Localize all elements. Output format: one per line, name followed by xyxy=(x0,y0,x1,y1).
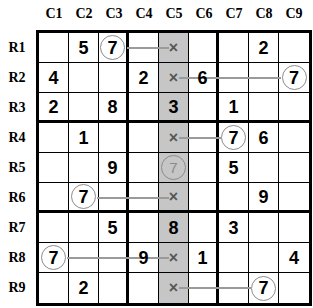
cell-r2c7[interactable] xyxy=(219,63,249,93)
cell-r5c6[interactable] xyxy=(189,153,219,183)
given-digit: 3 xyxy=(168,98,178,116)
circle-highlight: 7 xyxy=(41,245,66,270)
col-header-C5: C5 xyxy=(159,6,189,24)
cell-r9c3[interactable] xyxy=(99,273,129,303)
row-header-R2: R2 xyxy=(0,63,34,93)
cell-r1c8[interactable]: 2 xyxy=(249,33,279,63)
given-digit: 7 xyxy=(78,188,88,206)
cell-r4c4[interactable] xyxy=(129,123,159,153)
cell-r8c7[interactable] xyxy=(219,243,249,273)
given-digit: 5 xyxy=(78,39,88,57)
sudoku-board: 57×242×6728311×769757×958379×142×7 xyxy=(36,30,312,306)
col-header-C1: C1 xyxy=(39,6,69,24)
cell-r6c7[interactable] xyxy=(219,183,249,213)
cell-r5c7[interactable]: 5 xyxy=(219,153,249,183)
cell-r8c2[interactable] xyxy=(69,243,99,273)
cell-r1c6[interactable] xyxy=(189,33,219,63)
cell-r8c3[interactable] xyxy=(99,243,129,273)
circle-highlight: 7 xyxy=(251,276,276,301)
given-digit: 9 xyxy=(138,249,148,267)
cell-r4c3[interactable] xyxy=(99,123,129,153)
cell-r5c5[interactable]: 7 xyxy=(159,153,189,183)
sudoku-grid: 57×242×6728311×769757×958379×142×7 xyxy=(39,33,309,303)
cell-r5c2[interactable] xyxy=(69,153,99,183)
cell-r9c7[interactable] xyxy=(219,273,249,303)
col-header-C4: C4 xyxy=(129,6,159,24)
cell-r3c3[interactable]: 8 xyxy=(99,93,129,123)
circle-highlight: 7 xyxy=(100,35,125,60)
cell-r8c6[interactable]: 1 xyxy=(189,243,219,273)
given-digit: 1 xyxy=(197,249,207,267)
cell-r5c1[interactable] xyxy=(39,153,69,183)
cell-r7c9[interactable] xyxy=(279,213,309,243)
given-digit: 7 xyxy=(228,129,238,147)
cell-r3c7[interactable]: 1 xyxy=(219,93,249,123)
cell-r2c6[interactable]: 6 xyxy=(189,63,219,93)
cell-r4c5[interactable]: × xyxy=(159,123,189,153)
col-header-C3: C3 xyxy=(99,6,129,24)
given-digit: 7 xyxy=(289,69,299,87)
cell-r5c8[interactable] xyxy=(249,153,279,183)
row-header-R4: R4 xyxy=(0,123,34,153)
cell-r7c1[interactable] xyxy=(39,213,69,243)
cell-r9c4[interactable] xyxy=(129,273,159,303)
cell-r6c6[interactable] xyxy=(189,183,219,213)
row-header-R5: R5 xyxy=(0,153,34,183)
cell-r4c9[interactable] xyxy=(279,123,309,153)
cell-r6c2[interactable]: 7 xyxy=(69,183,99,213)
elimination-cross-icon: × xyxy=(169,250,178,266)
cell-r3c9[interactable] xyxy=(279,93,309,123)
col-header-C2: C2 xyxy=(69,6,99,24)
sudoku-diagram: C1C2C3C4C5C6C7C8C9 R1R2R3R4R5R6R7R8R9 57… xyxy=(0,0,313,308)
cell-r2c9[interactable]: 7 xyxy=(279,63,309,93)
cell-r9c6[interactable] xyxy=(189,273,219,303)
col-header-C7: C7 xyxy=(219,6,249,24)
cell-r7c6[interactable] xyxy=(189,213,219,243)
given-digit: 6 xyxy=(197,69,207,87)
col-header-C9: C9 xyxy=(279,6,309,24)
solution-digit: 7 xyxy=(169,160,177,175)
cell-r1c2[interactable]: 5 xyxy=(69,33,99,63)
elimination-cross-icon: × xyxy=(169,189,178,205)
cell-r9c8[interactable]: 7 xyxy=(249,273,279,303)
cell-r5c9[interactable] xyxy=(279,153,309,183)
circle-highlight: 7 xyxy=(71,184,96,209)
elimination-cross-icon: × xyxy=(169,40,178,56)
cell-r2c1[interactable]: 4 xyxy=(39,63,69,93)
cell-r9c1[interactable] xyxy=(39,273,69,303)
circle-highlight: 7 xyxy=(282,65,307,90)
cell-r3c4[interactable] xyxy=(129,93,159,123)
elimination-cross-icon: × xyxy=(169,130,178,146)
cell-r2c5[interactable]: × xyxy=(159,63,189,93)
cell-r8c8[interactable] xyxy=(249,243,279,273)
cell-r9c2[interactable]: 2 xyxy=(69,273,99,303)
given-digit: 5 xyxy=(107,219,117,237)
column-headers: C1C2C3C4C5C6C7C8C9 xyxy=(39,6,309,24)
row-header-R8: R8 xyxy=(0,243,34,273)
cell-r2c3[interactable] xyxy=(99,63,129,93)
cell-r1c1[interactable] xyxy=(39,33,69,63)
given-digit: 5 xyxy=(228,159,238,177)
circle-highlight: 7 xyxy=(161,155,186,180)
cell-r8c9[interactable]: 4 xyxy=(279,243,309,273)
cell-r4c8[interactable]: 6 xyxy=(249,123,279,153)
col-header-C8: C8 xyxy=(249,6,279,24)
given-digit: 4 xyxy=(48,69,58,87)
row-headers: R1R2R3R4R5R6R7R8R9 xyxy=(0,33,34,303)
cell-r5c3[interactable]: 9 xyxy=(99,153,129,183)
cell-r3c1[interactable]: 2 xyxy=(39,93,69,123)
cell-r3c6[interactable] xyxy=(189,93,219,123)
cell-r6c1[interactable] xyxy=(39,183,69,213)
cell-r4c6[interactable] xyxy=(189,123,219,153)
cell-r1c9[interactable] xyxy=(279,33,309,63)
given-digit: 7 xyxy=(48,249,58,267)
col-header-C6: C6 xyxy=(189,6,219,24)
cell-r2c8[interactable] xyxy=(249,63,279,93)
given-digit: 2 xyxy=(138,69,148,87)
cell-r4c7[interactable]: 7 xyxy=(219,123,249,153)
given-digit: 8 xyxy=(107,98,117,116)
elimination-cross-icon: × xyxy=(169,280,178,296)
row-header-R3: R3 xyxy=(0,93,34,123)
given-digit: 1 xyxy=(228,98,238,116)
cell-r6c5[interactable]: × xyxy=(159,183,189,213)
cell-r7c7[interactable]: 3 xyxy=(219,213,249,243)
cell-r7c3[interactable]: 5 xyxy=(99,213,129,243)
row-header-R6: R6 xyxy=(0,183,34,213)
cell-r1c7[interactable] xyxy=(219,33,249,63)
row-header-R7: R7 xyxy=(0,213,34,243)
row-header-R9: R9 xyxy=(0,273,34,303)
cell-r6c3[interactable] xyxy=(99,183,129,213)
cell-r3c8[interactable] xyxy=(249,93,279,123)
cell-r3c5[interactable]: 3 xyxy=(159,93,189,123)
cell-r7c4[interactable] xyxy=(129,213,159,243)
given-digit: 2 xyxy=(48,98,58,116)
cell-r6c8[interactable]: 9 xyxy=(249,183,279,213)
given-digit: 4 xyxy=(289,249,299,267)
cell-r2c4[interactable]: 2 xyxy=(129,63,159,93)
given-digit: 9 xyxy=(107,159,117,177)
cell-r8c4[interactable]: 9 xyxy=(129,243,159,273)
given-digit: 2 xyxy=(78,279,88,297)
given-digit: 2 xyxy=(258,39,268,57)
given-digit: 3 xyxy=(228,219,238,237)
cell-r9c9[interactable] xyxy=(279,273,309,303)
cell-r7c8[interactable] xyxy=(249,213,279,243)
cell-r2c2[interactable] xyxy=(69,63,99,93)
cell-r9c5[interactable]: × xyxy=(159,273,189,303)
cell-r3c2[interactable] xyxy=(69,93,99,123)
given-digit: 9 xyxy=(258,188,268,206)
cell-r4c2[interactable]: 1 xyxy=(69,123,99,153)
cell-r6c9[interactable] xyxy=(279,183,309,213)
given-digit: 6 xyxy=(258,129,268,147)
given-digit: 1 xyxy=(78,129,88,147)
cell-r1c3[interactable]: 7 xyxy=(99,33,129,63)
cell-r4c1[interactable] xyxy=(39,123,69,153)
cell-r5c4[interactable] xyxy=(129,153,159,183)
cell-r7c5[interactable]: 8 xyxy=(159,213,189,243)
elimination-cross-icon: × xyxy=(169,70,178,86)
cell-r1c5[interactable]: × xyxy=(159,33,189,63)
given-digit: 8 xyxy=(168,219,178,237)
cell-r8c1[interactable]: 7 xyxy=(39,243,69,273)
cell-r7c2[interactable] xyxy=(69,213,99,243)
circle-highlight: 7 xyxy=(221,125,246,150)
cell-r1c4[interactable] xyxy=(129,33,159,63)
cell-r6c4[interactable] xyxy=(129,183,159,213)
cell-r8c5[interactable]: × xyxy=(159,243,189,273)
row-header-R1: R1 xyxy=(0,33,34,63)
given-digit: 7 xyxy=(258,279,268,297)
given-digit: 7 xyxy=(107,39,117,57)
